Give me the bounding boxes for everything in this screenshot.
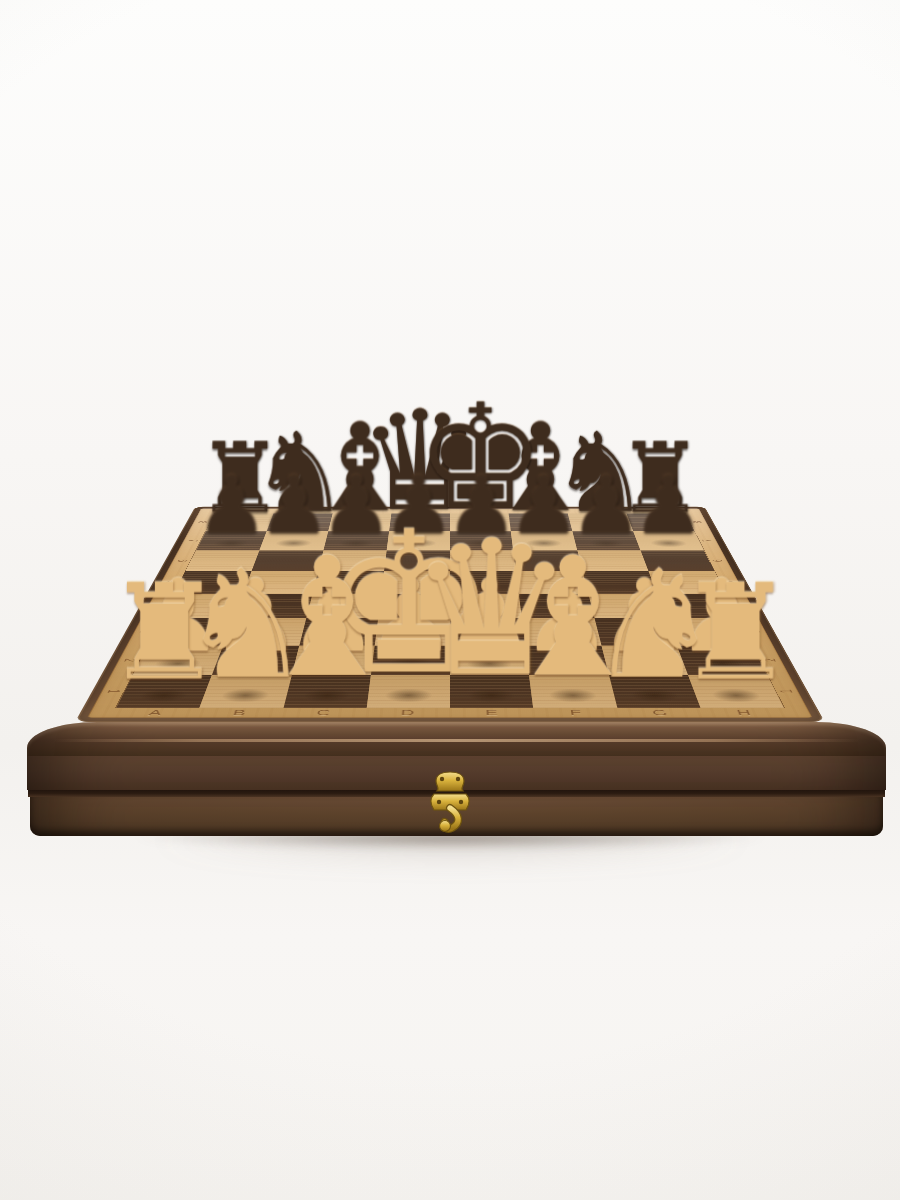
- square-c6: [318, 550, 387, 571]
- square-e1: ♛: [450, 675, 533, 708]
- square-c7: ♟: [323, 531, 389, 550]
- square-b1: ♞: [200, 675, 292, 708]
- square-f4: [519, 594, 594, 619]
- rank-label: 8: [667, 520, 730, 525]
- file-label: C: [281, 708, 367, 718]
- square-g4: [588, 594, 666, 619]
- square-b5: [243, 571, 318, 594]
- square-d1: ♚: [367, 675, 450, 708]
- rank-label: 5: [694, 579, 765, 585]
- piece-black-king: ♚: [415, 391, 545, 524]
- square-d2: ♟: [371, 645, 450, 675]
- square-g6: [577, 550, 648, 571]
- square-f1: ♝: [529, 675, 617, 708]
- piece-black-queen: ♛: [358, 397, 481, 523]
- square-e2: ♟: [450, 645, 529, 675]
- piece-black-pawn: ♟: [383, 468, 455, 542]
- chess-board: ♜♞♝♛♚♝♞♜♟♟♟♟♟♟♟♟♟♟♟♟♟♟♟♟♜♞♝♚♛♝♞♜ ABCDEFG…: [75, 507, 825, 722]
- square-d6: [384, 550, 450, 571]
- square-e8: ♚: [450, 513, 511, 531]
- square-f5: [516, 571, 588, 594]
- square-b8: ♞: [267, 513, 333, 531]
- square-c4: [306, 594, 381, 619]
- square-f8: ♝: [509, 513, 572, 531]
- piece-black-pawn: ♟: [195, 468, 267, 542]
- square-c5: [312, 571, 384, 594]
- piece-black-pawn: ♟: [320, 468, 392, 542]
- square-g8: ♞: [568, 513, 634, 531]
- square-d4: [378, 594, 450, 619]
- rank-label: 3: [717, 628, 795, 636]
- rank-label: 8: [171, 520, 234, 525]
- file-label: D: [365, 708, 450, 718]
- rank-label: 1: [744, 687, 830, 696]
- square-e7: ♟: [450, 531, 513, 550]
- rank-label: 7: [675, 538, 740, 543]
- piece-black-pawn: ♟: [508, 468, 580, 542]
- square-g2: ♟: [601, 645, 688, 675]
- square-e6: [450, 550, 516, 571]
- rank-label: 4: [121, 602, 195, 609]
- file-labels-row: ABCDEFGH: [111, 708, 789, 718]
- square-g1: ♞: [609, 675, 701, 708]
- square-c3: [299, 618, 378, 645]
- square-e4: [450, 594, 522, 619]
- square-f7: ♟: [511, 531, 577, 550]
- box-edge-molding: [27, 722, 886, 756]
- rank-label: 2: [730, 656, 812, 664]
- file-label: E: [450, 708, 535, 718]
- rank-label: 1: [70, 687, 156, 696]
- square-d8: ♛: [389, 513, 450, 531]
- square-b2: ♟: [212, 645, 299, 675]
- rank-label: 7: [160, 538, 225, 543]
- rank-label: 6: [148, 558, 216, 564]
- square-f6: [513, 550, 582, 571]
- square-c8: ♝: [328, 513, 391, 531]
- square-f3: [522, 618, 601, 645]
- brass-latch-icon: [419, 770, 481, 836]
- square-c1: ♝: [283, 675, 371, 708]
- square-g7: ♟: [572, 531, 640, 550]
- board-perspective-wrapper: ♜♞♝♛♚♝♞♜♟♟♟♟♟♟♟♟♟♟♟♟♟♟♟♟♜♞♝♚♛♝♞♜ ABCDEFG…: [75, 0, 825, 722]
- square-f2: ♟: [526, 645, 609, 675]
- square-b6: [252, 550, 323, 571]
- file-label: F: [533, 708, 619, 718]
- square-d7: ♟: [387, 531, 450, 550]
- square-b4: [234, 594, 312, 619]
- file-label: A: [111, 708, 199, 718]
- piece-black-pawn: ♟: [570, 468, 642, 542]
- square-b3: [223, 618, 305, 645]
- square-d3: [374, 618, 450, 645]
- file-label: B: [196, 708, 283, 718]
- square-b7: ♟: [260, 531, 328, 550]
- rank-label: 6: [684, 558, 752, 564]
- rank-label: 2: [88, 656, 170, 664]
- square-g5: [582, 571, 657, 594]
- photo-backdrop: { "game": "chess", "description": "Foldi…: [0, 0, 900, 1200]
- square-d5: [381, 571, 450, 594]
- square-c2: ♟: [291, 645, 374, 675]
- square-e3: [450, 618, 526, 645]
- rank-label: 4: [705, 602, 779, 609]
- square-e5: [450, 571, 519, 594]
- rank-label: 3: [105, 628, 183, 636]
- file-label: H: [700, 708, 788, 718]
- file-label: G: [617, 708, 704, 718]
- piece-black-pawn: ♟: [258, 468, 330, 542]
- square-g3: [594, 618, 676, 645]
- rank-label: 5: [135, 579, 206, 585]
- piece-black-pawn: ♟: [445, 468, 517, 542]
